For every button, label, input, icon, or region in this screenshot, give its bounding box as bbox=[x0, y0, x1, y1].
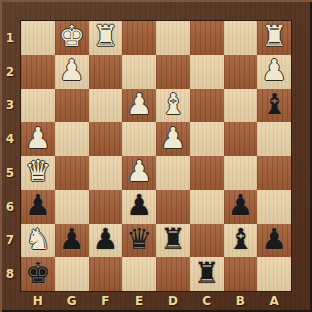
piece-white-bishop[interactable]: ♝ bbox=[160, 90, 186, 119]
square-f1[interactable]: ♜ bbox=[89, 21, 123, 55]
square-b1[interactable] bbox=[224, 21, 258, 55]
square-d2[interactable] bbox=[156, 55, 190, 89]
square-b6[interactable]: ♟ bbox=[224, 190, 258, 224]
square-a1[interactable]: ♜ bbox=[257, 21, 291, 55]
piece-black-pawn[interactable]: ♟ bbox=[25, 191, 51, 220]
piece-white-king[interactable]: ♚ bbox=[59, 22, 85, 51]
file-labels: HGFEDCBA bbox=[21, 291, 291, 311]
rank-label-2: 2 bbox=[0, 55, 20, 89]
square-g8[interactable] bbox=[55, 257, 89, 291]
rank-labels: 12345678 bbox=[0, 21, 20, 291]
square-c3[interactable] bbox=[190, 89, 224, 123]
file-label-c: C bbox=[190, 291, 224, 311]
square-d4[interactable]: ♟ bbox=[156, 122, 190, 156]
piece-black-pawn[interactable]: ♟ bbox=[261, 225, 287, 254]
rank-label-5: 5 bbox=[0, 156, 20, 190]
square-e5[interactable]: ♟ bbox=[122, 156, 156, 190]
square-c8[interactable]: ♜ bbox=[190, 257, 224, 291]
square-g6[interactable] bbox=[55, 190, 89, 224]
square-h5[interactable]: ♛ bbox=[21, 156, 55, 190]
square-h8[interactable]: ♚ bbox=[21, 257, 55, 291]
piece-black-pawn[interactable]: ♟ bbox=[126, 191, 152, 220]
square-g4[interactable] bbox=[55, 122, 89, 156]
square-b3[interactable] bbox=[224, 89, 258, 123]
square-d8[interactable] bbox=[156, 257, 190, 291]
piece-white-queen[interactable]: ♛ bbox=[25, 157, 51, 186]
piece-black-queen[interactable]: ♛ bbox=[126, 225, 152, 254]
square-g5[interactable] bbox=[55, 156, 89, 190]
square-c2[interactable] bbox=[190, 55, 224, 89]
piece-black-pawn[interactable]: ♟ bbox=[227, 191, 253, 220]
square-e1[interactable] bbox=[122, 21, 156, 55]
piece-white-rook[interactable]: ♜ bbox=[92, 22, 118, 51]
square-h7[interactable]: ♞ bbox=[21, 224, 55, 258]
square-d3[interactable]: ♝ bbox=[156, 89, 190, 123]
square-d6[interactable] bbox=[156, 190, 190, 224]
square-b7[interactable]: ♝ bbox=[224, 224, 258, 258]
square-h1[interactable] bbox=[21, 21, 55, 55]
file-label-a: A bbox=[257, 291, 291, 311]
square-c5[interactable] bbox=[190, 156, 224, 190]
square-f7[interactable]: ♟ bbox=[89, 224, 123, 258]
file-label-d: D bbox=[156, 291, 190, 311]
square-c7[interactable] bbox=[190, 224, 224, 258]
square-a7[interactable]: ♟ bbox=[257, 224, 291, 258]
file-label-g: G bbox=[55, 291, 89, 311]
square-g1[interactable]: ♚ bbox=[55, 21, 89, 55]
square-h6[interactable]: ♟ bbox=[21, 190, 55, 224]
rank-label-8: 8 bbox=[0, 257, 20, 291]
square-e7[interactable]: ♛ bbox=[122, 224, 156, 258]
piece-white-pawn[interactable]: ♟ bbox=[126, 157, 152, 186]
square-b4[interactable] bbox=[224, 122, 258, 156]
piece-black-pawn[interactable]: ♟ bbox=[92, 225, 118, 254]
rank-label-4: 4 bbox=[0, 122, 20, 156]
square-d1[interactable] bbox=[156, 21, 190, 55]
square-a2[interactable]: ♟ bbox=[257, 55, 291, 89]
piece-white-knight[interactable]: ♞ bbox=[25, 225, 51, 254]
square-f3[interactable] bbox=[89, 89, 123, 123]
square-f2[interactable] bbox=[89, 55, 123, 89]
square-d5[interactable] bbox=[156, 156, 190, 190]
square-e6[interactable]: ♟ bbox=[122, 190, 156, 224]
square-e4[interactable] bbox=[122, 122, 156, 156]
piece-white-rook[interactable]: ♜ bbox=[261, 22, 287, 51]
square-a8[interactable] bbox=[257, 257, 291, 291]
square-e2[interactable] bbox=[122, 55, 156, 89]
file-label-e: E bbox=[122, 291, 156, 311]
square-g7[interactable]: ♟ bbox=[55, 224, 89, 258]
board: ♚♜♜♟♟♟♝♝♟♟♛♟♟♟♟♞♟♟♛♜♝♟♚♜ bbox=[20, 20, 292, 292]
square-h2[interactable] bbox=[21, 55, 55, 89]
square-c1[interactable] bbox=[190, 21, 224, 55]
rank-label-7: 7 bbox=[0, 224, 20, 258]
file-label-f: F bbox=[89, 291, 123, 311]
piece-black-rook[interactable]: ♜ bbox=[160, 225, 186, 254]
square-f4[interactable] bbox=[89, 122, 123, 156]
chessboard-diagram: 12345678 HGFEDCBA ♚♜♜♟♟♟♝♝♟♟♛♟♟♟♟♞♟♟♛♜♝♟… bbox=[0, 0, 312, 312]
square-a5[interactable] bbox=[257, 156, 291, 190]
square-a4[interactable] bbox=[257, 122, 291, 156]
piece-white-pawn[interactable]: ♟ bbox=[59, 56, 85, 85]
piece-white-pawn[interactable]: ♟ bbox=[126, 90, 152, 119]
rank-label-3: 3 bbox=[0, 89, 20, 123]
square-a3[interactable]: ♝ bbox=[257, 89, 291, 123]
piece-white-pawn[interactable]: ♟ bbox=[25, 124, 51, 153]
square-h3[interactable] bbox=[21, 89, 55, 123]
piece-black-bishop[interactable]: ♝ bbox=[261, 90, 287, 119]
square-f6[interactable] bbox=[89, 190, 123, 224]
square-g2[interactable]: ♟ bbox=[55, 55, 89, 89]
square-a6[interactable] bbox=[257, 190, 291, 224]
piece-black-pawn[interactable]: ♟ bbox=[59, 225, 85, 254]
square-f5[interactable] bbox=[89, 156, 123, 190]
square-c6[interactable] bbox=[190, 190, 224, 224]
square-b8[interactable] bbox=[224, 257, 258, 291]
file-label-b: B bbox=[224, 291, 258, 311]
square-b5[interactable] bbox=[224, 156, 258, 190]
square-f8[interactable] bbox=[89, 257, 123, 291]
square-e8[interactable] bbox=[122, 257, 156, 291]
square-d7[interactable]: ♜ bbox=[156, 224, 190, 258]
file-label-h: H bbox=[21, 291, 55, 311]
square-e3[interactable]: ♟ bbox=[122, 89, 156, 123]
piece-black-king[interactable]: ♚ bbox=[25, 259, 51, 288]
rank-label-6: 6 bbox=[0, 190, 20, 224]
square-c4[interactable] bbox=[190, 122, 224, 156]
piece-black-bishop[interactable]: ♝ bbox=[227, 225, 253, 254]
square-h4[interactable]: ♟ bbox=[21, 122, 55, 156]
piece-white-pawn[interactable]: ♟ bbox=[160, 124, 186, 153]
piece-black-rook[interactable]: ♜ bbox=[194, 259, 220, 288]
square-b2[interactable] bbox=[224, 55, 258, 89]
square-g3[interactable] bbox=[55, 89, 89, 123]
rank-label-1: 1 bbox=[0, 21, 20, 55]
piece-white-pawn[interactable]: ♟ bbox=[261, 56, 287, 85]
